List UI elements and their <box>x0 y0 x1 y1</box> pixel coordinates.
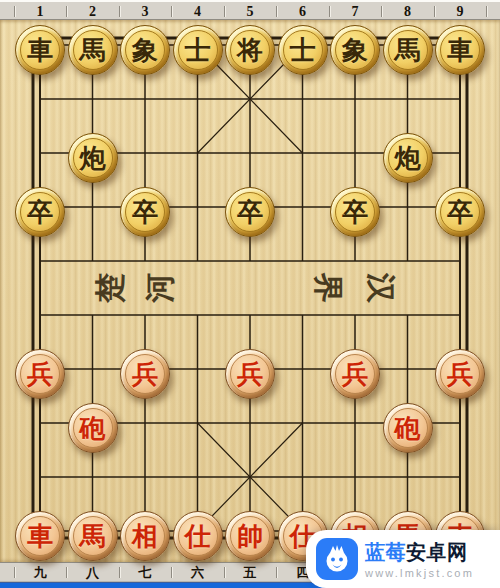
piece-red-soldier[interactable]: 兵 <box>120 349 170 399</box>
coordinate-tick <box>486 6 487 17</box>
piece-black-soldier[interactable]: 卒 <box>435 187 485 237</box>
piece-glyph: 卒 <box>440 192 480 232</box>
xiangqi-app: 123456789 楚河界汉 車馬象士将士象馬車炮炮卒卒卒卒卒兵兵兵兵兵砲砲車馬… <box>0 0 500 588</box>
piece-glyph: 象 <box>335 30 375 70</box>
coordinate-tick <box>119 6 120 17</box>
piece-black-horse[interactable]: 馬 <box>68 25 118 75</box>
piece-red-soldier[interactable]: 兵 <box>15 349 65 399</box>
piece-black-advisor[interactable]: 士 <box>173 25 223 75</box>
piece-red-cannon[interactable]: 砲 <box>68 403 118 453</box>
xiangqi-board[interactable]: 楚河界汉 車馬象士将士象馬車炮炮卒卒卒卒卒兵兵兵兵兵砲砲車馬相仕帥仕相馬車 <box>0 20 500 562</box>
coordinate-tick <box>119 567 120 578</box>
piece-glyph: 卒 <box>125 192 165 232</box>
piece-glyph: 車 <box>20 30 60 70</box>
coordinate-label: 八 <box>78 564 108 581</box>
piece-glyph: 象 <box>125 30 165 70</box>
piece-black-soldier[interactable]: 卒 <box>330 187 380 237</box>
coordinate-label: 七 <box>130 564 160 581</box>
coordinate-tick <box>329 6 330 17</box>
coordinate-label: 六 <box>183 564 213 581</box>
piece-red-advisor[interactable]: 仕 <box>173 511 223 561</box>
piece-red-cannon[interactable]: 砲 <box>383 403 433 453</box>
coordinate-tick <box>66 6 67 17</box>
coordinate-tick <box>276 6 277 17</box>
piece-black-chariot[interactable]: 車 <box>435 25 485 75</box>
piece-black-soldier[interactable]: 卒 <box>225 187 275 237</box>
coordinate-tick <box>276 567 277 578</box>
piece-red-general[interactable]: 帥 <box>225 511 275 561</box>
piece-glyph: 卒 <box>20 192 60 232</box>
watermark-name-rest: 安卓网 <box>406 541 468 563</box>
piece-black-horse[interactable]: 馬 <box>383 25 433 75</box>
coordinate-tick <box>14 6 15 17</box>
watermark-site-name: 蓝莓安卓网 <box>365 539 474 566</box>
watermark-url: www.lmkjst.com <box>365 567 474 579</box>
piece-glyph: 車 <box>20 516 60 556</box>
piece-glyph: 兵 <box>335 354 375 394</box>
piece-black-elephant[interactable]: 象 <box>330 25 380 75</box>
piece-red-soldier[interactable]: 兵 <box>435 349 485 399</box>
piece-black-soldier[interactable]: 卒 <box>120 187 170 237</box>
piece-black-advisor[interactable]: 士 <box>278 25 328 75</box>
coordinate-tick <box>171 567 172 578</box>
coordinate-tick <box>224 6 225 17</box>
piece-glyph: 仕 <box>178 516 218 556</box>
piece-red-elephant[interactable]: 相 <box>120 511 170 561</box>
coordinate-tick <box>434 6 435 17</box>
piece-glyph: 車 <box>440 30 480 70</box>
piece-glyph: 兵 <box>20 354 60 394</box>
piece-glyph: 砲 <box>73 408 113 448</box>
piece-red-soldier[interactable]: 兵 <box>330 349 380 399</box>
piece-black-elephant[interactable]: 象 <box>120 25 170 75</box>
piece-glyph: 士 <box>178 30 218 70</box>
blueberry-mascot-icon <box>316 538 358 580</box>
coordinate-tick <box>171 6 172 17</box>
coordinate-tick <box>14 567 15 578</box>
coordinate-tick <box>66 567 67 578</box>
piece-glyph: 卒 <box>230 192 270 232</box>
piece-red-horse[interactable]: 馬 <box>68 511 118 561</box>
piece-glyph: 馬 <box>388 30 428 70</box>
piece-glyph: 士 <box>283 30 323 70</box>
piece-glyph: 相 <box>125 516 165 556</box>
piece-glyph: 馬 <box>73 516 113 556</box>
piece-red-chariot[interactable]: 車 <box>15 511 65 561</box>
piece-glyph: 兵 <box>230 354 270 394</box>
site-watermark: 蓝莓安卓网 www.lmkjst.com <box>306 530 500 588</box>
coordinate-tick <box>381 6 382 17</box>
coordinate-tick <box>224 567 225 578</box>
piece-black-cannon[interactable]: 炮 <box>68 133 118 183</box>
piece-red-soldier[interactable]: 兵 <box>225 349 275 399</box>
watermark-text: 蓝莓安卓网 www.lmkjst.com <box>365 539 474 579</box>
piece-black-soldier[interactable]: 卒 <box>15 187 65 237</box>
piece-black-cannon[interactable]: 炮 <box>383 133 433 183</box>
piece-glyph: 兵 <box>440 354 480 394</box>
piece-glyph: 卒 <box>335 192 375 232</box>
top-coordinate-bar: 123456789 <box>0 0 500 20</box>
piece-glyph: 将 <box>230 30 270 70</box>
piece-black-chariot[interactable]: 車 <box>15 25 65 75</box>
piece-glyph: 炮 <box>388 138 428 178</box>
piece-glyph: 炮 <box>73 138 113 178</box>
piece-glyph: 帥 <box>230 516 270 556</box>
piece-glyph: 砲 <box>388 408 428 448</box>
piece-black-general[interactable]: 将 <box>225 25 275 75</box>
piece-glyph: 馬 <box>73 30 113 70</box>
coordinate-label: 九 <box>25 564 55 581</box>
coordinate-label: 五 <box>235 564 265 581</box>
watermark-name-highlight: 蓝莓 <box>365 541 406 563</box>
piece-grid: 車馬象士将士象馬車炮炮卒卒卒卒卒兵兵兵兵兵砲砲車馬相仕帥仕相馬車 <box>14 18 487 558</box>
piece-glyph: 兵 <box>125 354 165 394</box>
